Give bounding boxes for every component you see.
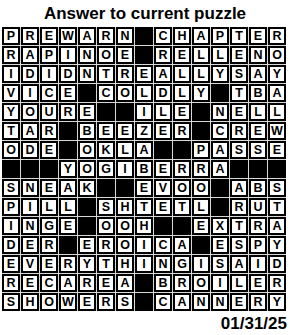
letter-cell: E — [249, 274, 267, 292]
black-cell — [268, 160, 286, 178]
letter-cell: Y — [59, 160, 77, 178]
letter-cell: L — [154, 103, 172, 121]
letter-cell: L — [116, 141, 134, 159]
letter-cell: S — [268, 179, 286, 197]
letter-cell: L — [192, 198, 210, 216]
letter-cell: L — [249, 103, 267, 121]
letter-cell: W — [59, 293, 77, 311]
letter-cell: I — [2, 65, 20, 83]
letter-cell: E — [135, 179, 153, 197]
letter-cell: W — [268, 122, 286, 140]
letter-cell: Y — [268, 236, 286, 254]
letter-cell: R — [173, 122, 191, 140]
letter-cell: H — [135, 217, 153, 235]
letter-cell: C — [154, 293, 172, 311]
letter-cell: S — [230, 65, 248, 83]
letter-cell: O — [78, 160, 96, 178]
letter-cell: A — [268, 84, 286, 102]
letter-cell: L — [59, 198, 77, 216]
letter-cell: L — [173, 65, 191, 83]
letter-cell: B — [78, 122, 96, 140]
letter-cell: S — [97, 198, 115, 216]
letter-cell: P — [249, 236, 267, 254]
letter-cell: P — [40, 46, 58, 64]
letter-cell: H — [116, 255, 134, 273]
letter-cell: H — [21, 293, 39, 311]
letter-cell: E — [268, 141, 286, 159]
letter-cell: B — [135, 160, 153, 178]
letter-cell: V — [2, 84, 20, 102]
letter-cell: R — [59, 255, 77, 273]
black-cell — [211, 179, 229, 197]
letter-cell: E — [21, 274, 39, 292]
letter-cell: R — [192, 160, 210, 178]
letter-cell: I — [2, 217, 20, 235]
letter-cell: O — [116, 84, 134, 102]
letter-cell: X — [211, 217, 229, 235]
letter-cell: E — [135, 65, 153, 83]
letter-cell: V — [21, 255, 39, 273]
letter-cell: R — [173, 160, 191, 178]
letter-cell: K — [97, 141, 115, 159]
letter-cell: E — [59, 217, 77, 235]
letter-cell: E — [40, 179, 58, 197]
letter-cell: I — [40, 65, 58, 83]
letter-cell: N — [249, 46, 267, 64]
letter-cell: O — [2, 141, 20, 159]
letter-cell: E — [116, 46, 134, 64]
letter-cell: N — [211, 103, 229, 121]
letter-cell: O — [97, 217, 115, 235]
letter-cell: O — [78, 141, 96, 159]
black-cell — [230, 160, 248, 178]
letter-cell: T — [173, 198, 191, 216]
letter-cell: E — [97, 122, 115, 140]
letter-cell: B — [249, 179, 267, 197]
letter-cell: R — [230, 122, 248, 140]
black-cell — [154, 217, 172, 235]
letter-cell: D — [59, 65, 77, 83]
letter-cell: R — [2, 274, 20, 292]
letter-cell: O — [173, 179, 191, 197]
letter-cell: R — [154, 46, 172, 64]
letter-cell: N — [192, 293, 210, 311]
letter-cell: Y — [268, 293, 286, 311]
letter-cell: T — [97, 65, 115, 83]
letter-cell: I — [135, 103, 153, 121]
letter-cell: K — [78, 179, 96, 197]
black-cell — [192, 103, 210, 121]
black-cell — [211, 198, 229, 216]
letter-cell: E — [249, 27, 267, 45]
black-cell — [154, 141, 172, 159]
letter-cell: A — [173, 293, 191, 311]
letter-cell: E — [40, 141, 58, 159]
black-cell — [192, 236, 210, 254]
black-cell — [173, 141, 191, 159]
black-cell — [116, 103, 134, 121]
letter-cell: L — [230, 274, 248, 292]
letter-cell: R — [97, 27, 115, 45]
letter-cell: I — [59, 46, 77, 64]
black-cell — [2, 160, 20, 178]
letter-cell: E — [230, 293, 248, 311]
letter-cell: T — [135, 198, 153, 216]
letter-cell: Y — [78, 255, 96, 273]
letter-cell: N — [78, 46, 96, 64]
letter-cell: L — [40, 198, 58, 216]
letter-cell: R — [249, 293, 267, 311]
letter-cell: I — [211, 274, 229, 292]
letter-cell: S — [2, 179, 20, 197]
letter-cell: N — [116, 27, 134, 45]
letter-cell: G — [97, 160, 115, 178]
letter-cell: C — [40, 274, 58, 292]
letter-cell: P — [2, 198, 20, 216]
letter-cell: E — [173, 46, 191, 64]
letter-cell: E — [78, 236, 96, 254]
black-cell — [78, 84, 96, 102]
black-cell — [78, 198, 96, 216]
letter-cell: R — [116, 65, 134, 83]
black-cell — [249, 160, 267, 178]
letter-cell: G — [40, 217, 58, 235]
letter-cell: L — [173, 84, 191, 102]
letter-cell: S — [116, 293, 134, 311]
letter-cell: R — [59, 103, 77, 121]
letter-cell: A — [135, 141, 153, 159]
letter-cell: H — [116, 198, 134, 216]
letter-cell: Y — [268, 65, 286, 83]
black-cell — [135, 27, 153, 45]
letter-cell: D — [154, 84, 172, 102]
black-cell — [192, 122, 210, 140]
letter-cell: S — [249, 141, 267, 159]
letter-cell: L — [268, 103, 286, 121]
letter-cell: R — [97, 293, 115, 311]
crossword-grid: PREWARNCHAPTERRAPINOERELLENOIDIDNTREALLY… — [2, 27, 286, 311]
letter-cell: R — [268, 27, 286, 45]
letter-cell: A — [192, 27, 210, 45]
letter-cell: A — [230, 255, 248, 273]
black-cell — [211, 84, 229, 102]
letter-cell: A — [59, 179, 77, 197]
letter-cell: A — [59, 274, 77, 292]
letter-cell: C — [97, 84, 115, 102]
letter-cell: A — [211, 160, 229, 178]
black-cell — [40, 160, 58, 178]
letter-cell: L — [192, 65, 210, 83]
letter-cell: A — [249, 65, 267, 83]
letter-cell: Y — [192, 84, 210, 102]
letter-cell: P — [192, 141, 210, 159]
letter-cell: O — [116, 236, 134, 254]
letter-cell: P — [211, 27, 229, 45]
letter-cell: E — [192, 217, 210, 235]
black-cell — [116, 179, 134, 197]
letter-cell: C — [211, 122, 229, 140]
black-cell — [97, 103, 115, 121]
letter-cell: C — [154, 27, 172, 45]
letter-cell: P — [2, 27, 20, 45]
black-cell — [21, 160, 39, 178]
letter-cell: E — [40, 255, 58, 273]
letter-cell: R — [97, 236, 115, 254]
letter-cell: I — [21, 84, 39, 102]
letter-cell: E — [211, 236, 229, 254]
letter-cell: E — [78, 293, 96, 311]
letter-cell: S — [230, 236, 248, 254]
letter-cell: S — [2, 293, 20, 311]
letter-cell: E — [230, 46, 248, 64]
letter-cell: O — [192, 179, 210, 197]
letter-cell: T — [230, 217, 248, 235]
letter-cell: L — [192, 46, 210, 64]
letter-cell: Y — [2, 103, 20, 121]
letter-cell: I — [21, 198, 39, 216]
letter-cell: A — [116, 274, 134, 292]
letter-cell: E — [78, 103, 96, 121]
letter-cell: I — [249, 255, 267, 273]
letter-cell: T — [2, 122, 20, 140]
letter-cell: U — [249, 198, 267, 216]
letter-cell: W — [59, 27, 77, 45]
letter-cell: N — [21, 179, 39, 197]
letter-cell: H — [173, 27, 191, 45]
letter-cell: N — [78, 65, 96, 83]
letter-cell: A — [154, 65, 172, 83]
letter-cell: R — [2, 46, 20, 64]
letter-cell: S — [211, 255, 229, 273]
letter-cell: O — [116, 217, 134, 235]
letter-cell: N — [211, 293, 229, 311]
letter-cell: L — [135, 84, 153, 102]
letter-cell: E — [173, 103, 191, 121]
letter-cell: A — [211, 141, 229, 159]
puzzle-answer-panel: Answer to current puzzle PREWARNCHAPTERR… — [0, 0, 290, 335]
letter-cell: Y — [211, 65, 229, 83]
letter-cell: R — [21, 27, 39, 45]
letter-cell: O — [21, 103, 39, 121]
letter-cell: E — [97, 274, 115, 292]
black-cell — [135, 46, 153, 64]
letter-cell: E — [40, 27, 58, 45]
letter-cell: A — [78, 27, 96, 45]
letter-cell: A — [21, 46, 39, 64]
letter-cell: I — [135, 236, 153, 254]
letter-cell: O — [40, 293, 58, 311]
letter-cell: Z — [135, 122, 153, 140]
letter-cell: R — [249, 217, 267, 235]
black-cell — [135, 293, 153, 311]
letter-cell: T — [230, 27, 248, 45]
letter-cell: D — [21, 65, 39, 83]
letter-cell: E — [21, 236, 39, 254]
letter-cell: D — [21, 141, 39, 159]
letter-cell: A — [230, 179, 248, 197]
letter-cell: E — [116, 122, 134, 140]
black-cell — [59, 141, 77, 159]
letter-cell: A — [21, 122, 39, 140]
page-title: Answer to current puzzle — [0, 0, 290, 27]
letter-cell: C — [40, 84, 58, 102]
letter-cell: E — [59, 84, 77, 102]
letter-cell: C — [154, 236, 172, 254]
letter-cell: N — [154, 255, 172, 273]
letter-cell: E — [154, 122, 172, 140]
letter-cell: L — [211, 46, 229, 64]
letter-cell: S — [230, 141, 248, 159]
letter-cell: B — [154, 274, 172, 292]
letter-cell: T — [268, 198, 286, 216]
black-cell — [78, 217, 96, 235]
black-cell — [173, 217, 191, 235]
letter-cell: U — [40, 103, 58, 121]
letter-cell: R — [268, 274, 286, 292]
letter-cell: I — [116, 160, 134, 178]
letter-cell: T — [97, 255, 115, 273]
letter-cell: A — [173, 236, 191, 254]
letter-cell: R — [173, 274, 191, 292]
letter-cell: E — [154, 198, 172, 216]
letter-cell: R — [230, 198, 248, 216]
letter-cell: O — [97, 46, 115, 64]
letter-cell: D — [2, 236, 20, 254]
letter-cell: T — [230, 84, 248, 102]
letter-cell: I — [135, 255, 153, 273]
black-cell — [135, 274, 153, 292]
letter-cell: V — [154, 179, 172, 197]
letter-cell: R — [40, 236, 58, 254]
letter-cell: A — [268, 217, 286, 235]
letter-cell: B — [249, 84, 267, 102]
letter-cell: R — [40, 122, 58, 140]
puzzle-date: 01/31/25 — [0, 314, 290, 334]
letter-cell: D — [268, 255, 286, 273]
letter-cell: I — [192, 255, 210, 273]
letter-cell: E — [230, 103, 248, 121]
letter-cell: G — [173, 255, 191, 273]
letter-cell: E — [154, 160, 172, 178]
black-cell — [97, 179, 115, 197]
black-cell — [59, 122, 77, 140]
letter-cell: R — [78, 274, 96, 292]
letter-cell: O — [268, 46, 286, 64]
letter-cell: N — [21, 217, 39, 235]
letter-cell: E — [249, 122, 267, 140]
black-cell — [59, 236, 77, 254]
letter-cell: O — [192, 274, 210, 292]
letter-cell: E — [2, 255, 20, 273]
